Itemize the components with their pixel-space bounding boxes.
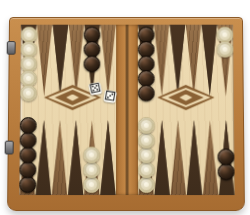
die-1[interactable]: ⚄ <box>88 82 102 96</box>
checker-white-point-6[interactable] <box>138 161 155 178</box>
checker-white-point-13[interactable] <box>20 85 37 102</box>
point-9[interactable] <box>68 120 84 195</box>
backgammon-photo: ⚄⚂ <box>0 0 250 215</box>
checker-dark-point-12[interactable] <box>19 132 36 149</box>
checker-white-point-8[interactable] <box>83 147 100 164</box>
checker-white-point-24[interactable] <box>217 41 234 57</box>
point-20[interactable] <box>154 25 170 97</box>
backgammon-board: ⚄⚂ <box>7 17 245 211</box>
checker-white-point-6[interactable] <box>137 117 154 134</box>
point-14[interactable] <box>36 25 52 97</box>
point-11[interactable] <box>35 120 52 195</box>
board-perspective-wrap: ⚄⚂ <box>0 4 250 215</box>
clasp-top-icon <box>7 41 16 55</box>
point-15[interactable] <box>52 25 68 97</box>
die-2[interactable]: ⚂ <box>103 90 117 103</box>
point-5[interactable] <box>154 120 170 195</box>
surface: ⚄⚂ <box>19 25 235 195</box>
point-10[interactable] <box>51 120 68 195</box>
checker-white-point-6[interactable] <box>138 176 155 193</box>
checker-dark-point-12[interactable] <box>19 117 36 134</box>
point-21[interactable] <box>170 25 186 97</box>
checker-dark-point-12[interactable] <box>19 161 36 178</box>
checker-dark-point-19[interactable] <box>137 85 154 102</box>
point-2[interactable] <box>202 120 219 195</box>
clasp-bottom-icon <box>5 141 14 155</box>
point-22[interactable] <box>185 25 201 97</box>
checker-white-point-8[interactable] <box>83 161 100 178</box>
checker-white-point-6[interactable] <box>137 132 154 149</box>
checker-dark-point-17[interactable] <box>84 56 101 73</box>
point-18[interactable] <box>100 25 116 97</box>
checker-dark-point-12[interactable] <box>19 147 36 164</box>
checker-dark-point-12[interactable] <box>19 176 36 193</box>
checker-dark-point-1[interactable] <box>218 149 235 166</box>
point-3[interactable] <box>186 120 203 195</box>
point-4[interactable] <box>170 120 186 195</box>
bar[interactable] <box>116 25 138 195</box>
point-23[interactable] <box>201 25 217 97</box>
checker-white-point-6[interactable] <box>138 147 155 164</box>
point-7[interactable] <box>100 120 116 195</box>
